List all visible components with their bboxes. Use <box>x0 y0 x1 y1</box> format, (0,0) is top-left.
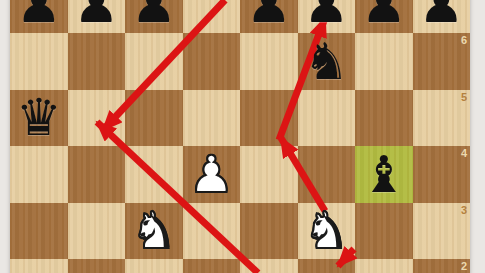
square-f2[interactable] <box>298 259 356 273</box>
square-a3[interactable] <box>10 203 68 260</box>
piece-white-knight-f3[interactable]: ♞ <box>298 203 356 260</box>
square-b5[interactable] <box>68 90 126 147</box>
square-a2[interactable] <box>10 259 68 273</box>
square-a4[interactable] <box>10 146 68 203</box>
square-e3[interactable] <box>240 203 298 260</box>
piece-black-bishop-g4[interactable]: ♝ <box>355 146 413 203</box>
square-c5[interactable] <box>125 90 183 147</box>
piece-white-knight-c3[interactable]: ♞ <box>125 203 183 260</box>
rank-label-3: 3 <box>461 204 467 216</box>
piece-black-queen-a5[interactable]: ♛ <box>10 90 68 147</box>
square-c2[interactable] <box>125 259 183 273</box>
square-d3[interactable] <box>183 203 241 260</box>
square-d5[interactable] <box>183 90 241 147</box>
square-h4[interactable]: 4 <box>413 146 471 203</box>
square-g2[interactable] <box>355 259 413 273</box>
square-g6[interactable] <box>355 33 413 90</box>
square-h5[interactable]: 5 <box>413 90 471 147</box>
piece-black-pawn-e7[interactable]: ♟ <box>240 0 298 33</box>
square-e4[interactable] <box>240 146 298 203</box>
square-d2[interactable] <box>183 259 241 273</box>
piece-black-pawn-a7[interactable]: ♟ <box>10 0 68 33</box>
square-e2[interactable] <box>240 259 298 273</box>
piece-black-pawn-h7[interactable]: ♟ <box>413 0 471 33</box>
square-b2[interactable] <box>68 259 126 273</box>
square-c4[interactable] <box>125 146 183 203</box>
rank-label-4: 4 <box>461 147 467 159</box>
piece-black-pawn-g7[interactable]: ♟ <box>355 0 413 33</box>
square-e5[interactable] <box>240 90 298 147</box>
piece-black-knight-f6[interactable]: ♞ <box>298 33 356 90</box>
square-e6[interactable] <box>240 33 298 90</box>
square-h3[interactable]: 3 <box>413 203 471 260</box>
square-f5[interactable] <box>298 90 356 147</box>
square-d6[interactable] <box>183 33 241 90</box>
square-d7[interactable] <box>183 0 241 33</box>
piece-black-pawn-f7[interactable]: ♟ <box>298 0 356 33</box>
piece-white-pawn-d4[interactable]: ♟ <box>183 146 241 203</box>
piece-black-pawn-c7[interactable]: ♟ <box>125 0 183 33</box>
chessboard[interactable]: 65432 <box>10 0 470 273</box>
square-b6[interactable] <box>68 33 126 90</box>
rank-label-2: 2 <box>461 260 467 272</box>
square-f4[interactable] <box>298 146 356 203</box>
square-b4[interactable] <box>68 146 126 203</box>
square-g5[interactable] <box>355 90 413 147</box>
chessboard-screenshot: 65432 ♟♟♟♟♟♟♟♞♛♟♝♞♞ <box>0 0 485 273</box>
square-c6[interactable] <box>125 33 183 90</box>
square-a6[interactable] <box>10 33 68 90</box>
square-b3[interactable] <box>68 203 126 260</box>
rank-label-6: 6 <box>461 34 467 46</box>
piece-black-pawn-b7[interactable]: ♟ <box>68 0 126 33</box>
square-h2[interactable]: 2 <box>413 259 471 273</box>
square-g3[interactable] <box>355 203 413 260</box>
rank-label-5: 5 <box>461 91 467 103</box>
square-h6[interactable]: 6 <box>413 33 471 90</box>
